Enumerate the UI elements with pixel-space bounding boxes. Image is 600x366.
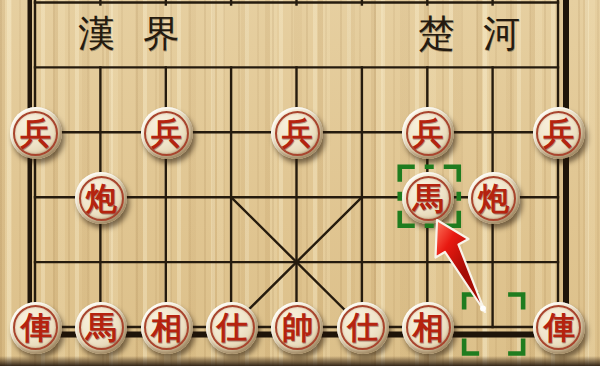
piece-character: 兵: [413, 118, 444, 149]
piece-character: 兵: [20, 118, 51, 149]
piece-red-advisor[interactable]: 仕: [206, 302, 258, 354]
piece-character: 炮: [86, 183, 117, 214]
piece-character: 兵: [543, 118, 574, 149]
piece-red-cannon[interactable]: 炮: [468, 172, 520, 224]
piece-red-soldier[interactable]: 兵: [141, 107, 193, 159]
piece-character: 馬: [413, 183, 444, 214]
piece-red-soldier[interactable]: 兵: [10, 107, 62, 159]
piece-character: 俥: [20, 312, 51, 343]
piece-character: 相: [413, 312, 444, 343]
piece-character: 仕: [217, 312, 248, 343]
piece-character: 仕: [347, 312, 378, 343]
piece-character: 馬: [86, 312, 117, 343]
piece-character: 兵: [151, 118, 182, 149]
piece-red-chariot[interactable]: 俥: [10, 302, 62, 354]
piece-character: 俥: [543, 312, 574, 343]
piece-red-horse-moved[interactable]: 馬: [402, 172, 454, 224]
piece-red-cannon[interactable]: 炮: [75, 172, 127, 224]
piece-red-general[interactable]: 帥: [271, 302, 323, 354]
piece-red-soldier[interactable]: 兵: [271, 107, 323, 159]
piece-red-chariot[interactable]: 俥: [533, 302, 585, 354]
river-label-chu-he: 楚河: [418, 15, 548, 53]
piece-character: 相: [151, 312, 182, 343]
piece-red-advisor[interactable]: 仕: [337, 302, 389, 354]
river-label-han-jie: 漢界: [78, 15, 208, 53]
piece-red-soldier[interactable]: 兵: [402, 107, 454, 159]
piece-red-elephant[interactable]: 相: [141, 302, 193, 354]
piece-red-soldier[interactable]: 兵: [533, 107, 585, 159]
piece-red-horse[interactable]: 馬: [75, 302, 127, 354]
piece-character: 兵: [282, 118, 313, 149]
piece-character: 帥: [282, 312, 313, 343]
piece-character: 炮: [478, 183, 509, 214]
piece-red-elephant[interactable]: 相: [402, 302, 454, 354]
xiangqi-board: 兵兵兵兵兵炮馬炮俥馬相仕帥仕相俥 漢界 楚河: [0, 0, 600, 366]
